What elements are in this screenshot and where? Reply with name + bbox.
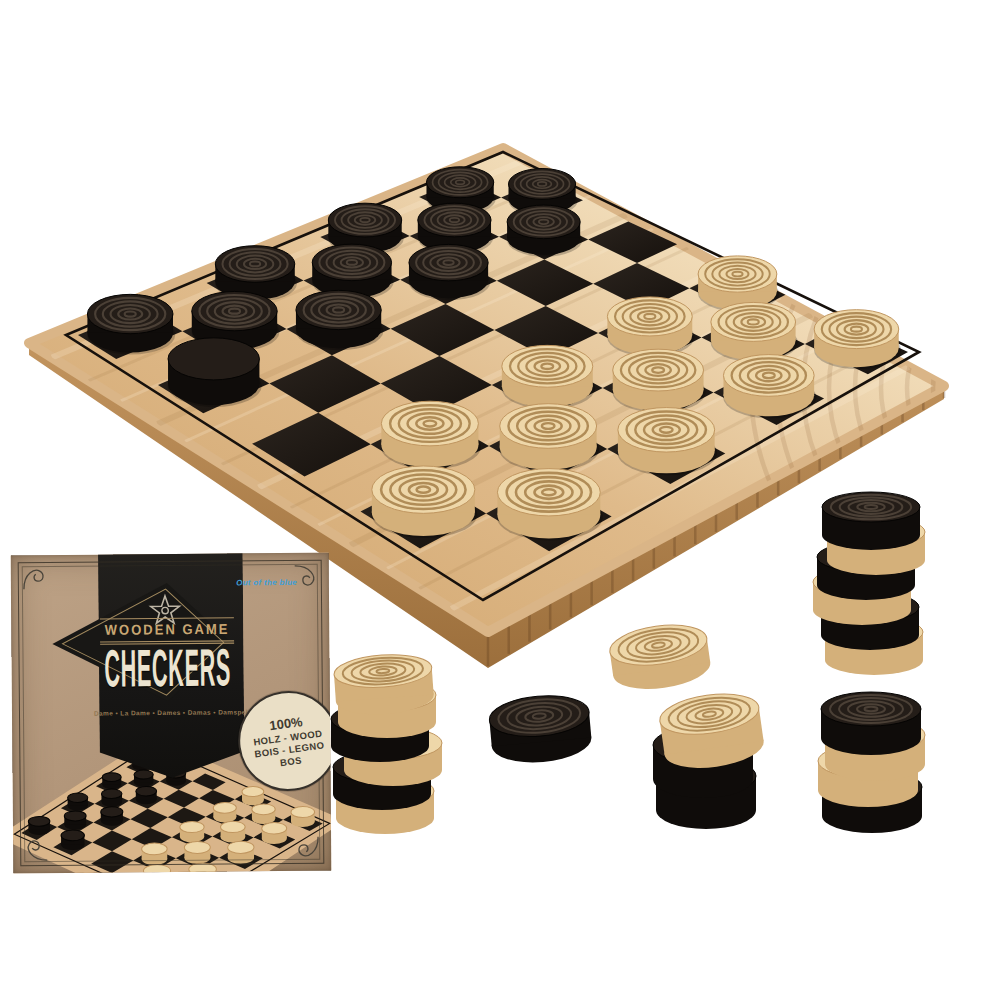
checker-piece-natural[interactable] xyxy=(213,803,236,823)
checker-piece-black[interactable] xyxy=(312,244,391,298)
loose-natural[interactable] xyxy=(607,620,713,695)
checker-piece-black[interactable] xyxy=(296,290,381,348)
checker-piece-natural[interactable] xyxy=(180,822,205,843)
checker-piece-black[interactable] xyxy=(101,789,122,807)
checker-piece-natural[interactable] xyxy=(252,804,276,824)
box-title-main: CHECKERS xyxy=(104,637,231,698)
stack-left[interactable] xyxy=(331,652,442,834)
checker-piece-black[interactable] xyxy=(64,811,86,830)
checker-piece-black[interactable] xyxy=(101,807,123,826)
checker-piece-black[interactable] xyxy=(507,205,580,255)
badge-line: BOS xyxy=(279,754,302,768)
checker-piece-black[interactable] xyxy=(28,817,50,836)
checker-piece-natural[interactable] xyxy=(607,297,692,355)
checker-piece-natural[interactable] xyxy=(618,408,715,474)
checker-piece-natural[interactable] xyxy=(142,843,168,865)
stack-lower-right[interactable] xyxy=(818,692,925,833)
checker-piece-black[interactable] xyxy=(136,787,157,805)
checker-piece-black[interactable] xyxy=(821,692,921,755)
checker-piece-natural[interactable] xyxy=(291,807,315,828)
checker-piece-natural[interactable] xyxy=(814,310,899,368)
checker-piece-natural[interactable] xyxy=(381,401,478,467)
corner-flourish-icon xyxy=(23,567,49,593)
checker-piece-black[interactable] xyxy=(102,773,121,790)
checker-piece-black[interactable] xyxy=(87,294,173,352)
checker-piece-natural[interactable] xyxy=(723,355,814,417)
checker-piece-natural[interactable] xyxy=(242,787,264,806)
checker-piece-natural[interactable] xyxy=(613,349,704,411)
checker-piece-natural[interactable] xyxy=(220,821,245,842)
stack-upper-right[interactable] xyxy=(813,492,925,675)
checker-piece-natural[interactable] xyxy=(372,466,475,536)
checker-piece-natural[interactable] xyxy=(711,302,796,360)
checker-piece-natural[interactable] xyxy=(497,469,600,539)
loose-black[interactable] xyxy=(488,692,593,766)
checker-piece-black[interactable] xyxy=(134,770,153,787)
checker-piece-natural[interactable] xyxy=(502,345,593,407)
product-box: Out of the blue WOODEN GAME CHECKERS Dam… xyxy=(11,553,332,874)
checker-piece-natural[interactable] xyxy=(262,823,287,845)
checker-piece-black[interactable] xyxy=(61,830,85,850)
checker-piece-natural[interactable] xyxy=(184,842,210,865)
checker-piece-black[interactable] xyxy=(488,692,593,766)
brand-logo: Out of the blue xyxy=(236,578,297,588)
box-language-line: Dame • La Dame • Dames • Damas • Damspel xyxy=(94,708,248,716)
checker-piece-black[interactable] xyxy=(168,338,259,405)
checker-piece-black[interactable] xyxy=(68,793,88,811)
product-photo-scene: Out of the blue WOODEN GAME CHECKERS Dam… xyxy=(0,0,1000,1000)
checker-piece-black[interactable] xyxy=(822,492,920,550)
checker-piece-natural[interactable] xyxy=(228,841,254,864)
checker-piece-natural[interactable] xyxy=(607,620,713,695)
checker-piece-natural[interactable] xyxy=(500,404,597,470)
checker-piece-black[interactable] xyxy=(409,244,488,298)
checker-piece-natural[interactable] xyxy=(698,256,777,310)
stack-center[interactable] xyxy=(653,688,766,829)
